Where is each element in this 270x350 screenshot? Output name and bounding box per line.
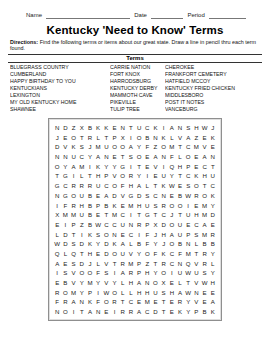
grid-cell: E (102, 307, 110, 317)
grid-cell: N (151, 132, 159, 142)
grid-cell: T (176, 142, 184, 152)
grid-cell: Y (209, 200, 217, 210)
terms-table: BLUEGRASS COUNTRYCARRIE NATIONCHEROKEECU… (8, 63, 262, 115)
grid-cell: E (53, 220, 61, 230)
grid-cell: B (86, 210, 94, 220)
grid-cell: S (201, 268, 209, 278)
grid-cell: C (160, 210, 168, 220)
term-cell: HATFIELD MCCOY (165, 79, 260, 84)
grid-cell: N (176, 258, 184, 268)
grid-cell: W (184, 190, 192, 200)
grid-cell: N (119, 123, 127, 133)
terms-block: Terms BLUEGRASS COUNTRYCARRIE NATIONCHER… (8, 54, 262, 115)
grid-cell: O (168, 239, 176, 249)
grid-cell: I (135, 229, 143, 239)
grid-cell: Z (78, 220, 86, 230)
grid-cell: O (102, 229, 110, 239)
term-cell: FRANKFORT CEMETERY (165, 72, 260, 77)
term-cell: BLUEGRASS COUNTRY (10, 65, 110, 70)
grid-cell: K (160, 249, 168, 259)
grid-cell: X (151, 220, 159, 230)
grid-cell: S (127, 152, 135, 162)
grid-cell: R (176, 297, 184, 307)
grid-cell: O (110, 181, 118, 191)
grid-cell: D (53, 142, 61, 152)
grid-cell: B (86, 190, 94, 200)
grid-cell: K (94, 123, 102, 133)
grid-cell: N (184, 239, 192, 249)
grid-cell: T (127, 123, 135, 133)
grid-cell: U (102, 142, 110, 152)
term-cell: CHEROKEE (165, 65, 260, 70)
grid-cell: A (127, 142, 135, 152)
grid-cell: K (151, 123, 159, 133)
grid-cell: T (102, 132, 110, 142)
grid-cell: T (102, 210, 110, 220)
period-label: Period (187, 11, 204, 19)
grid-cell: J (168, 210, 176, 220)
grid-cell: E (143, 161, 151, 171)
grid-cell: F (94, 268, 102, 278)
grid-cell: V (201, 142, 209, 152)
grid-cell: S (151, 200, 159, 210)
grid-cell: E (168, 297, 176, 307)
grid-cell: V (119, 190, 127, 200)
grid-cell: C (143, 123, 151, 133)
grid-cell: K (110, 200, 118, 210)
grid-cell: M (70, 287, 78, 297)
grid-cell: I (61, 220, 69, 230)
grid-cell: R (70, 181, 78, 191)
grid-cell: C (184, 142, 192, 152)
grid-cell: I (53, 200, 61, 210)
grid-cell: T (78, 132, 86, 142)
name-blank-line (46, 11, 130, 19)
grid-cell: O (151, 278, 159, 288)
grid-cell: C (102, 181, 110, 191)
grid-cell: T (78, 249, 86, 259)
grid-cell: R (209, 229, 217, 239)
term-cell: MY OLD KENTUCKY HOME (10, 100, 110, 105)
grid-cell: E (151, 171, 159, 181)
grid-cell: I (110, 268, 118, 278)
grid-cell: P (86, 287, 94, 297)
grid-cell: D (102, 239, 110, 249)
grid-cell: K (94, 161, 102, 171)
grid-cell: L (176, 152, 184, 162)
grid-cell: Y (110, 161, 118, 171)
grid-cell: W (201, 123, 209, 133)
grid-cell: A (119, 239, 127, 249)
grid-cell: H (192, 210, 200, 220)
grid-cell: T (110, 258, 118, 268)
grid-cell: Y (78, 287, 86, 297)
page-title: Kentucky 'Need to Know' Terms (0, 24, 270, 36)
grid-cell: K (70, 142, 78, 152)
grid-cell: B (201, 239, 209, 249)
grid-cell: W (53, 239, 61, 249)
grid-cell: D (135, 190, 143, 200)
grid-cell: I (53, 268, 61, 278)
grid-cell: N (102, 152, 110, 162)
grid-cell: E (61, 258, 69, 268)
grid-cell: B (86, 220, 94, 230)
grid-cell: L (94, 132, 102, 142)
grid-cell: I (160, 123, 168, 133)
grid-cell: U (143, 200, 151, 210)
grid-cell: Q (70, 249, 78, 259)
grid-cell: G (119, 161, 127, 171)
grid-cell: Y (135, 142, 143, 152)
grid-cell: C (192, 220, 200, 230)
grid-cell: H (94, 171, 102, 181)
grid-cell: D (61, 239, 69, 249)
grid-cell: A (201, 152, 209, 162)
grid-cell: I (86, 161, 94, 171)
grid-cell: T (86, 171, 94, 181)
grid-cell: F (151, 249, 159, 259)
grid-cell: E (168, 278, 176, 288)
grid-cell: C (61, 181, 69, 191)
grid-cell: I (127, 161, 135, 171)
grid-cell: O (70, 190, 78, 200)
term-cell: MIDDLESBORO (165, 93, 260, 98)
grid-cell: R (119, 307, 127, 317)
grid-cell: U (209, 171, 217, 181)
grid-cell: C (127, 229, 135, 239)
grid-cell: P (192, 307, 200, 317)
word-search-box: NDZXBKKENTUCKIANSHWJJEOTRLTPXIOBNKLVAZEK… (48, 118, 222, 322)
grid-cell: T (151, 181, 159, 191)
grid-cell: J (151, 229, 159, 239)
grid-cell: R (110, 297, 118, 307)
grid-cell: B (86, 123, 94, 133)
grid-cell: Y (209, 249, 217, 259)
grid-cell: L (53, 229, 61, 239)
grid-cell: O (168, 220, 176, 230)
term-cell: KENTUCKIANS (10, 86, 110, 91)
grid-cell: I (168, 268, 176, 278)
term-cell: PIKEVILLE (110, 100, 165, 105)
grid-cell: Y (110, 278, 118, 288)
grid-cell: I (94, 287, 102, 297)
grid-cell: F (143, 239, 151, 249)
grid-cell: Y (78, 278, 86, 288)
grid-cell: L (168, 132, 176, 142)
grid-cell: R (135, 220, 143, 230)
grid-cell: H (176, 161, 184, 171)
grid-cell: M (94, 142, 102, 152)
grid-cell: C (102, 220, 110, 230)
grid-cell: Y (184, 307, 192, 317)
grid-cell: M (70, 210, 78, 220)
grid-cell: L (209, 258, 217, 268)
grid-cell: B (102, 200, 110, 210)
grid-cell: I (127, 210, 135, 220)
grid-cell: Y (94, 278, 102, 288)
grid-cell: N (160, 190, 168, 200)
grid-cell: N (53, 123, 61, 133)
grid-cell: O (160, 142, 168, 152)
grid-cell: O (102, 297, 110, 307)
grid-cell: X (53, 210, 61, 220)
grid-cell: P (184, 229, 192, 239)
grid-cell: O (110, 142, 118, 152)
grid-cell: N (53, 307, 61, 317)
grid-cell: S (184, 123, 192, 133)
grid-cell: Y (168, 171, 176, 181)
grid-cell: T (78, 307, 86, 317)
grid-cell: E (94, 249, 102, 259)
grid-cell: W (201, 278, 209, 288)
grid-cell: Y (86, 152, 94, 162)
grid-cell: V (70, 268, 78, 278)
grid-cell: Y (61, 161, 69, 171)
grid-cell: S (184, 181, 192, 191)
grid-cell: M (127, 200, 135, 210)
grid-cell: N (53, 152, 61, 162)
grid-cell: A (135, 307, 143, 317)
grid-cell: E (201, 132, 209, 142)
grid-cell: W (184, 287, 192, 297)
term-cell: CUMBERLAND (10, 72, 110, 77)
grid-cell: H (160, 229, 168, 239)
grid-cell: V (110, 171, 118, 181)
grid-cell: R (61, 297, 69, 307)
grid-cell: G (53, 181, 61, 191)
grid-cell: C (209, 181, 217, 191)
grid-cell: R (127, 307, 135, 317)
grid-cell: A (102, 190, 110, 200)
grid-cell: O (201, 190, 209, 200)
term-cell: HAPPY BIRTHDAY TO YOU (10, 79, 110, 84)
grid-cell: A (119, 268, 127, 278)
grid-cell: S (78, 142, 86, 152)
grid-cell: M (192, 142, 200, 152)
grid-cell: A (201, 220, 209, 230)
grid-cell: D (78, 239, 86, 249)
grid-cell: J (86, 258, 94, 268)
grid-cell: E (151, 297, 159, 307)
grid-cell: Z (70, 123, 78, 133)
grid-cell: M (143, 297, 151, 307)
grid-cell: V (151, 161, 159, 171)
grid-cell: Y (151, 268, 159, 278)
grid-cell: Q (184, 258, 192, 268)
grid-cell: S (70, 239, 78, 249)
grid-cell: Y (135, 249, 143, 259)
term-cell: SHAWNEE (10, 107, 110, 112)
grid-cell: K (209, 132, 217, 142)
grid-cell: X (78, 123, 86, 133)
grid-cell: I (143, 171, 151, 181)
grid-cell: H (135, 287, 143, 297)
grid-cell: F (53, 297, 61, 307)
term-cell: VANCEBURG (165, 107, 260, 112)
grid-cell: A (151, 152, 159, 162)
grid-cell: C (143, 307, 151, 317)
grid-cell: U (176, 268, 184, 278)
grid-cell: U (94, 181, 102, 191)
grid-cell: C (168, 258, 176, 268)
grid-cell: R (201, 258, 209, 268)
grid-cell: B (176, 190, 184, 200)
grid-cell: G (61, 171, 69, 181)
grid-cell: B (176, 239, 184, 249)
grid-cell: E (201, 287, 209, 297)
grid-cell: U (151, 287, 159, 297)
grid-cell: R (160, 200, 168, 210)
grid-cell: B (143, 132, 151, 142)
grid-cell: D (61, 229, 69, 239)
grid-cell: A (184, 132, 192, 142)
grid-cell: H (127, 278, 135, 288)
grid-cell: V (127, 249, 135, 259)
grid-cell: R (78, 181, 86, 191)
grid-cell: E (119, 229, 127, 239)
name-date-period-row: Name Date Period (26, 11, 250, 19)
grid-cell: S (94, 229, 102, 239)
word-search-grid: NDZXBKKENTUCKIANSHWJJEOTRLTPXIOBNKLVAZEK… (52, 123, 218, 317)
grid-cell: M (201, 210, 209, 220)
grid-cell: O (78, 268, 86, 278)
grid-cell: A (135, 278, 143, 288)
grid-cell: Y (135, 171, 143, 181)
grid-cell: T (151, 258, 159, 268)
grid-cell: N (110, 229, 118, 239)
term-cell: HARRODSBURG (110, 79, 165, 84)
grid-cell: Z (143, 258, 151, 268)
grid-cell: E (94, 190, 102, 200)
grid-cell: I (160, 161, 168, 171)
grid-cell: R (201, 249, 209, 259)
grid-cell: I (70, 307, 78, 317)
grid-cell: U (192, 268, 200, 278)
grid-cell: U (78, 210, 86, 220)
grid-cell: G (61, 190, 69, 200)
grid-cell: H (135, 200, 143, 210)
grid-cell: Z (151, 142, 159, 152)
grid-cell: C (184, 171, 192, 181)
grid-cell: H (127, 181, 135, 191)
grid-cell: E (119, 200, 127, 210)
grid-cell: T (135, 210, 143, 220)
grid-cell: O (110, 249, 118, 259)
grid-cell: L (176, 278, 184, 288)
grid-cell: F (143, 229, 151, 239)
grid-cell: M (201, 200, 209, 210)
grid-cell: W (168, 181, 176, 191)
grid-cell: Y (184, 297, 192, 307)
grid-cell: Z (192, 132, 200, 142)
grid-cell: F (176, 249, 184, 259)
grid-cell: A (135, 181, 143, 191)
grid-cell: Y (209, 268, 217, 278)
grid-cell: V (70, 278, 78, 288)
grid-cell: P (110, 132, 118, 142)
grid-cell: R (192, 190, 200, 200)
grid-cell: G (127, 190, 135, 200)
grid-cell: R (53, 287, 61, 297)
grid-cell: U (70, 152, 78, 162)
grid-cell: B (86, 200, 94, 210)
grid-cell: O (135, 152, 143, 162)
grid-cell: E (209, 142, 217, 152)
grid-cell: I (110, 307, 118, 317)
grid-cell: E (110, 152, 118, 162)
grid-cell: P (135, 258, 143, 268)
grid-cell: C (201, 161, 209, 171)
grid-cell: P (70, 220, 78, 230)
grid-cell: L (78, 171, 86, 181)
grid-cell: S (102, 268, 110, 278)
grid-cell: E (135, 297, 143, 307)
grid-cell: M (127, 258, 135, 268)
grid-cell: G (143, 210, 151, 220)
grid-cell: C (78, 152, 86, 162)
grid-cell: L (127, 239, 135, 249)
grid-cell: A (176, 287, 184, 297)
grid-cell: A (168, 123, 176, 133)
grid-cell: Y (102, 161, 110, 171)
grid-cell: H (192, 123, 200, 133)
grid-cell: I (127, 132, 135, 142)
grid-cell: C (151, 190, 159, 200)
grid-cell: O (119, 171, 127, 181)
grid-cell: O (70, 132, 78, 142)
grid-cell: H (168, 287, 176, 297)
grid-cell: A (94, 152, 102, 162)
grid-cell: V (192, 278, 200, 288)
directions-text: Find the following terms or items about … (10, 39, 256, 51)
grid-cell: M (184, 249, 192, 259)
grid-cell: J (53, 132, 61, 142)
grid-cell: E (94, 210, 102, 220)
grid-cell: F (119, 181, 127, 191)
grid-cell: K (209, 190, 217, 200)
grid-cell: N (209, 152, 217, 162)
grid-cell: U (160, 171, 168, 181)
grid-cell: A (86, 307, 94, 317)
directions-label: Directions: (10, 39, 38, 45)
grid-cell: P (143, 220, 151, 230)
grid-cell: E (110, 123, 118, 133)
grid-cell: E (143, 152, 151, 162)
grid-cell: T (119, 297, 127, 307)
grid-cell: S (70, 258, 78, 268)
grid-cell: N (160, 152, 168, 162)
date-label: Date (134, 11, 147, 19)
grid-cell: M (110, 210, 118, 220)
grid-cell: V (102, 278, 110, 288)
term-cell: KENTUCKY DERBY (110, 86, 165, 91)
grid-cell: X (160, 278, 168, 288)
worksheet-page: Name Date Period Kentucky 'Need to Know'… (0, 0, 270, 350)
grid-cell: T (160, 297, 168, 307)
grid-cell: O (192, 181, 200, 191)
grid-cell: R (119, 258, 127, 268)
grid-cell: E (61, 132, 69, 142)
grid-cell: E (53, 278, 61, 288)
grid-cell: U (135, 123, 143, 133)
grid-cell: E (184, 220, 192, 230)
grid-cell: W (184, 268, 192, 278)
grid-cell: O (53, 161, 61, 171)
grid-cell: E (192, 200, 200, 210)
grid-cell: A (209, 297, 217, 307)
grid-cell: E (209, 287, 217, 297)
grid-cell: N (143, 278, 151, 288)
